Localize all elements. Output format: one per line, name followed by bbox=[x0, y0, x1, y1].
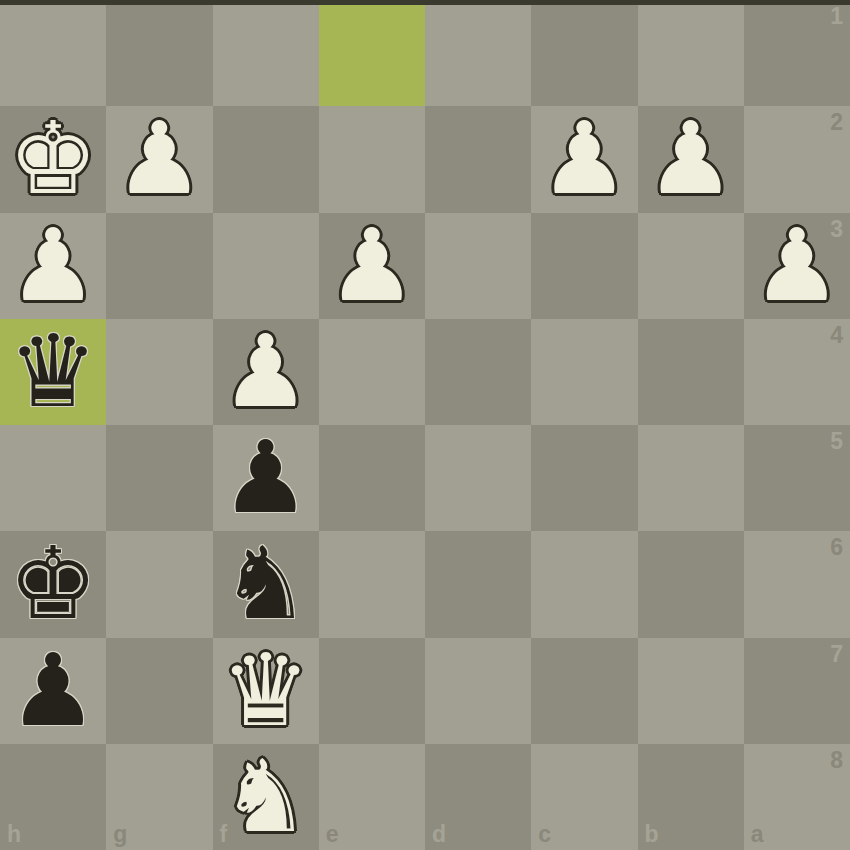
square-g6[interactable] bbox=[106, 531, 212, 637]
square-d4[interactable] bbox=[425, 319, 531, 425]
square-c3[interactable] bbox=[531, 213, 637, 319]
square-g2[interactable]: ♟ bbox=[106, 106, 212, 212]
square-f6[interactable]: ♞ bbox=[213, 531, 319, 637]
rank-label-1: 1 bbox=[830, 3, 843, 30]
rank-label-3: 3 bbox=[830, 216, 843, 243]
piece-black-king-h6[interactable]: ♚ bbox=[0, 531, 106, 637]
piece-white-king-h2[interactable]: ♚ bbox=[0, 106, 106, 212]
piece-black-pawn-f5[interactable]: ♟ bbox=[213, 425, 319, 531]
square-f8[interactable]: f♞ bbox=[213, 744, 319, 850]
square-f2[interactable] bbox=[213, 106, 319, 212]
square-d7[interactable] bbox=[425, 638, 531, 744]
piece-white-pawn-b2[interactable]: ♟ bbox=[638, 106, 744, 212]
file-label-e: e bbox=[326, 821, 339, 848]
square-b5[interactable] bbox=[638, 425, 744, 531]
square-e4[interactable] bbox=[319, 319, 425, 425]
rank-label-2: 2 bbox=[830, 109, 843, 136]
square-b7[interactable] bbox=[638, 638, 744, 744]
square-a4[interactable]: 4 bbox=[744, 319, 850, 425]
square-h6[interactable]: ♚ bbox=[0, 531, 106, 637]
square-a2[interactable]: 2 bbox=[744, 106, 850, 212]
square-a6[interactable]: 6 bbox=[744, 531, 850, 637]
square-g1[interactable] bbox=[106, 0, 212, 106]
square-c5[interactable] bbox=[531, 425, 637, 531]
file-label-b: b bbox=[645, 821, 659, 848]
square-e7[interactable] bbox=[319, 638, 425, 744]
square-h4[interactable]: ♛ bbox=[0, 319, 106, 425]
square-e3[interactable]: ♟ bbox=[319, 213, 425, 319]
file-label-c: c bbox=[538, 821, 551, 848]
square-d3[interactable] bbox=[425, 213, 531, 319]
square-h3[interactable]: ♟ bbox=[0, 213, 106, 319]
square-a7[interactable]: 7 bbox=[744, 638, 850, 744]
square-h1[interactable] bbox=[0, 0, 106, 106]
top-border bbox=[0, 0, 850, 5]
square-g3[interactable] bbox=[106, 213, 212, 319]
file-label-g: g bbox=[113, 821, 127, 848]
square-h7[interactable]: ♟ bbox=[0, 638, 106, 744]
square-b6[interactable] bbox=[638, 531, 744, 637]
square-c7[interactable] bbox=[531, 638, 637, 744]
board-area: 1♚♟♟♟2♟♟3♟♛♟4♟5♚♞6♟♛7hgf♞edcb8a bbox=[0, 0, 850, 850]
square-c1[interactable] bbox=[531, 0, 637, 106]
rank-label-7: 7 bbox=[830, 641, 843, 668]
square-c8[interactable]: c bbox=[531, 744, 637, 850]
rank-label-5: 5 bbox=[830, 428, 843, 455]
square-b1[interactable] bbox=[638, 0, 744, 106]
square-b2[interactable]: ♟ bbox=[638, 106, 744, 212]
square-f1[interactable] bbox=[213, 0, 319, 106]
square-e6[interactable] bbox=[319, 531, 425, 637]
square-e2[interactable] bbox=[319, 106, 425, 212]
square-g8[interactable]: g bbox=[106, 744, 212, 850]
piece-white-knight-f8[interactable]: ♞ bbox=[213, 744, 319, 850]
square-a8[interactable]: 8a bbox=[744, 744, 850, 850]
file-label-h: h bbox=[7, 821, 21, 848]
square-h2[interactable]: ♚ bbox=[0, 106, 106, 212]
piece-white-pawn-e3[interactable]: ♟ bbox=[319, 213, 425, 319]
square-d1[interactable] bbox=[425, 0, 531, 106]
piece-white-pawn-g2[interactable]: ♟ bbox=[106, 106, 212, 212]
square-h8[interactable]: h bbox=[0, 744, 106, 850]
piece-white-queen-f7[interactable]: ♛ bbox=[213, 638, 319, 744]
file-label-f: f bbox=[220, 821, 228, 848]
piece-white-pawn-h3[interactable]: ♟ bbox=[0, 213, 106, 319]
square-g7[interactable] bbox=[106, 638, 212, 744]
square-h5[interactable] bbox=[0, 425, 106, 531]
square-a1[interactable]: 1 bbox=[744, 0, 850, 106]
square-b3[interactable] bbox=[638, 213, 744, 319]
square-b8[interactable]: b bbox=[638, 744, 744, 850]
square-g5[interactable] bbox=[106, 425, 212, 531]
chess-board: 1♚♟♟♟2♟♟3♟♛♟4♟5♚♞6♟♛7hgf♞edcb8a bbox=[0, 0, 850, 850]
piece-white-pawn-c2[interactable]: ♟ bbox=[531, 106, 637, 212]
square-a3[interactable]: 3♟ bbox=[744, 213, 850, 319]
file-label-a: a bbox=[751, 821, 764, 848]
rank-label-8: 8 bbox=[830, 747, 843, 774]
square-c4[interactable] bbox=[531, 319, 637, 425]
square-d5[interactable] bbox=[425, 425, 531, 531]
piece-black-pawn-h7[interactable]: ♟ bbox=[0, 638, 106, 744]
square-g4[interactable] bbox=[106, 319, 212, 425]
square-b4[interactable] bbox=[638, 319, 744, 425]
piece-black-knight-f6[interactable]: ♞ bbox=[213, 531, 319, 637]
rank-label-4: 4 bbox=[830, 322, 843, 349]
square-d6[interactable] bbox=[425, 531, 531, 637]
square-e5[interactable] bbox=[319, 425, 425, 531]
square-e8[interactable]: e bbox=[319, 744, 425, 850]
square-a5[interactable]: 5 bbox=[744, 425, 850, 531]
square-c2[interactable]: ♟ bbox=[531, 106, 637, 212]
square-f7[interactable]: ♛ bbox=[213, 638, 319, 744]
square-e1[interactable] bbox=[319, 0, 425, 106]
file-label-d: d bbox=[432, 821, 446, 848]
square-c6[interactable] bbox=[531, 531, 637, 637]
piece-black-queen-h4[interactable]: ♛ bbox=[0, 319, 106, 425]
square-d8[interactable]: d bbox=[425, 744, 531, 850]
square-f4[interactable]: ♟ bbox=[213, 319, 319, 425]
rank-label-6: 6 bbox=[830, 534, 843, 561]
square-d2[interactable] bbox=[425, 106, 531, 212]
square-f5[interactable]: ♟ bbox=[213, 425, 319, 531]
square-f3[interactable] bbox=[213, 213, 319, 319]
piece-white-pawn-f4[interactable]: ♟ bbox=[213, 319, 319, 425]
